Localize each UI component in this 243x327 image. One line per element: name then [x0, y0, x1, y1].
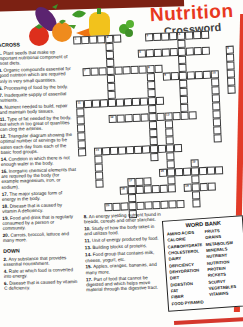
clue-number: 2 [107, 36, 109, 39]
across-clues-column: ACROSS 1. Plant seeds that make up impor… [0, 41, 79, 293]
word-bank-word: FOOD PYRAMID [172, 299, 208, 308]
across-clue: 7. Inadequate supply of essential nutrie… [0, 91, 74, 103]
clue-number: 7 [84, 69, 86, 72]
down-clue: 10. Study of how the body takes in and u… [84, 224, 163, 237]
across-clue: 11. Type of fat needed by the body, but … [0, 115, 75, 133]
across-clue: 5. Processing of food by the body. [0, 84, 74, 91]
clue-number: 17 [129, 179, 132, 182]
across-clue: 18. Disease that is caused by vitamin A … [2, 202, 77, 214]
across-clue: 9. Nutrient needed to build, repair and … [0, 103, 75, 115]
down-clue: 15. Apples, oranges, bananas, and many m… [85, 262, 164, 275]
word-bank: WORD BANK AMINO ACIDSCALORIECARBOHYDRATE… [162, 215, 243, 312]
clue-number: 1 [75, 37, 77, 40]
across-clue: 20. Carrots, broccoli, lettuce and many … [3, 231, 78, 243]
clue-number: 14 [95, 148, 98, 151]
worksheet-page: Nutrition Crossword 12345678910111213141… [0, 0, 243, 327]
across-clue: 12. Triangular diagram showing the optim… [0, 132, 76, 155]
down-clues-column: 8. An energy yielding nutrient found in … [79, 212, 166, 295]
word-bank-word: VITAMINS [209, 290, 243, 299]
across-clue: 16. Inorganic chemical elements that are… [1, 167, 77, 190]
down-clues-list-left: 2. Any substance that provides essential… [0, 254, 79, 291]
clue-number: 12 [110, 115, 113, 118]
clue-number: 8 [148, 66, 150, 69]
crossword-grid: 1234567891011121314151617181920 [73, 30, 241, 221]
clue-number: 15 [192, 160, 195, 163]
down-clue: 6. Disease that is caused by vitamin C d… [4, 279, 79, 291]
across-clue: 3. Organic compounds essential for good … [0, 66, 74, 84]
down-clue: 8. An energy yielding nutrient found in … [84, 212, 163, 225]
grid-cell-empty [233, 205, 241, 213]
clue-number: 9 [164, 73, 166, 76]
scan-bottom-edge [174, 317, 243, 325]
across-header: ACROSS [0, 41, 73, 49]
word-bank-column-1: AMINO ACIDSCALORIECARBOHYDRATECHOLESTERO… [167, 229, 208, 307]
down-header: DOWN [3, 247, 78, 255]
across-clue: 17. The major storage form of energy in … [2, 189, 77, 201]
clue-number: 18 [121, 187, 124, 190]
across-clue: 14. Condition in which there is not enou… [1, 155, 76, 167]
word-bank-column-2: FRUITSGRAINSMETABOLISMMINERALSNUTRIENTNU… [205, 226, 243, 304]
clue-number: 10 [212, 71, 215, 74]
clue-number: 16 [160, 169, 163, 172]
down-clue: 4. Rate at which food is converted into … [4, 267, 79, 279]
clue-number: 13 [166, 113, 169, 116]
clue-number: 20 [106, 204, 109, 207]
clue-number: 5 [139, 50, 141, 53]
down-clue: 14. Food group that contains milk, chees… [85, 250, 164, 263]
down-clue: 17. Part of food that cannot be digested… [86, 274, 165, 292]
clue-number: 11 [77, 101, 80, 104]
clue-number: 6 [227, 46, 229, 49]
clue-number: 3 [147, 34, 149, 37]
across-clues-list: 1. Plant seeds that make up important nu… [0, 49, 78, 244]
across-clue: 1. Plant seeds that make up important nu… [0, 49, 73, 67]
down-clue: 2. Any substance that provides essential… [3, 254, 78, 266]
clue-number: 19 [185, 184, 188, 187]
across-clue: 19. Food and drink that is regularly con… [2, 214, 77, 232]
down-clues-list-mid: 8. An energy yielding nutrient found in … [79, 212, 166, 293]
crossword-grid-wrap: 1234567891011121314151617181920 [73, 30, 241, 221]
clue-number: 4 [178, 32, 180, 35]
